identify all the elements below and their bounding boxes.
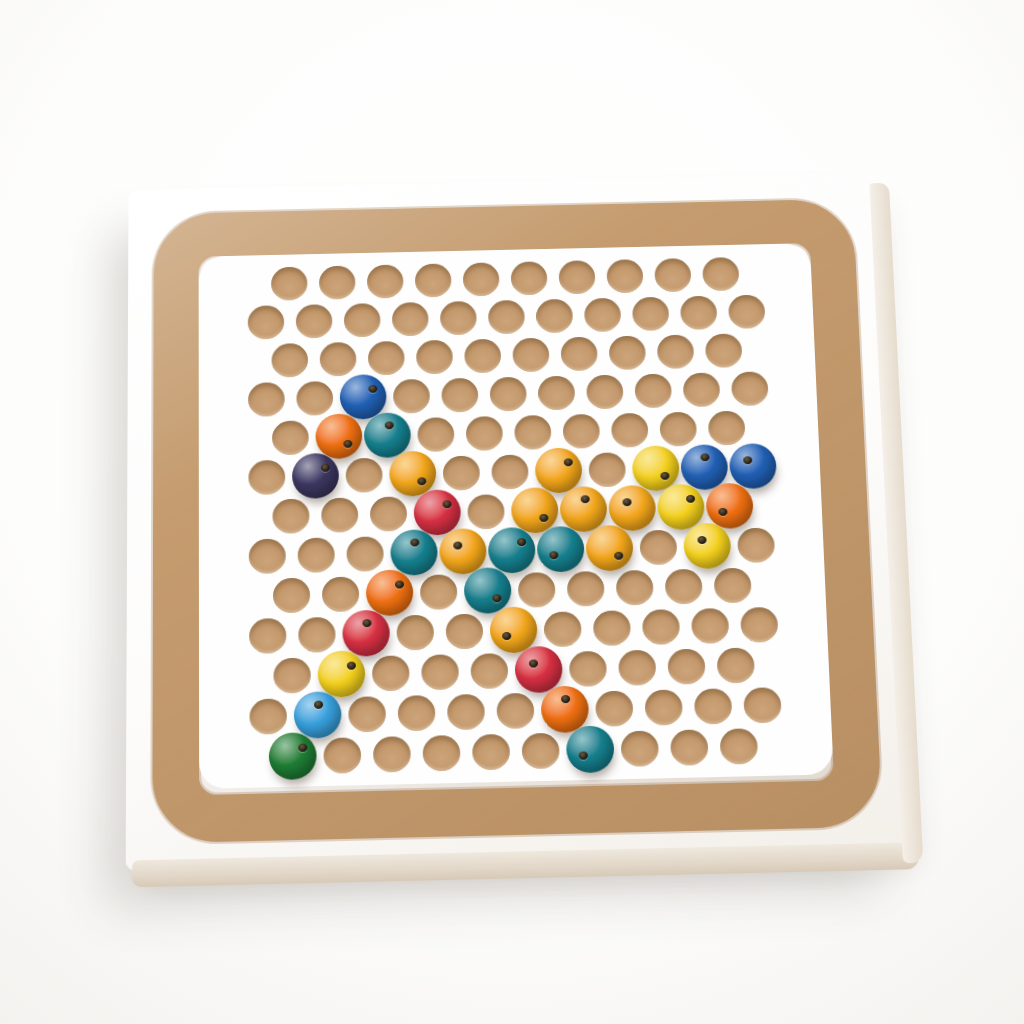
empty-dimple — [323, 737, 361, 774]
empty-dimple — [445, 613, 483, 649]
board-cell — [600, 256, 649, 295]
bead-string-hole — [384, 422, 393, 430]
empty-dimple — [609, 335, 646, 369]
board-cell — [553, 257, 602, 296]
bead-string-hole — [660, 472, 669, 480]
empty-dimple — [563, 413, 601, 448]
board-cell — [289, 301, 337, 340]
board-cell — [705, 486, 755, 526]
board-cell — [337, 300, 386, 339]
empty-dimple — [272, 420, 309, 455]
empty-dimple — [249, 698, 287, 734]
orange-bead — [540, 686, 589, 734]
empty-dimple — [730, 371, 768, 406]
red-bead — [514, 646, 562, 693]
board-cell — [730, 524, 780, 565]
board-cell — [457, 259, 506, 298]
board-cell — [614, 727, 665, 769]
navy-violet-bead — [291, 453, 338, 499]
board-cell — [727, 446, 777, 486]
empty-dimple — [320, 342, 357, 377]
empty-dimple — [296, 381, 333, 416]
board-cell — [410, 337, 459, 377]
bead-board — [126, 174, 911, 871]
empty-dimple — [595, 690, 633, 726]
teal-bead — [566, 725, 615, 773]
empty-dimple — [639, 529, 677, 564]
board-cell — [713, 725, 764, 767]
bead-string-hole — [395, 580, 404, 588]
board-cell — [387, 376, 436, 416]
board-cell — [737, 684, 788, 726]
board-cell — [561, 568, 611, 609]
board-cell — [342, 693, 392, 735]
board-cell — [416, 732, 466, 774]
empty-dimple — [659, 411, 697, 446]
board-cell — [367, 733, 417, 775]
board-cell — [338, 377, 387, 417]
empty-dimple — [714, 567, 752, 603]
bead-string-hole — [502, 632, 511, 640]
board-cell — [363, 415, 412, 455]
board-cell — [656, 487, 706, 527]
board-cell — [464, 650, 514, 691]
board-cell — [653, 409, 703, 449]
empty-dimple — [621, 730, 660, 766]
board-cell — [537, 608, 587, 649]
board-cell — [241, 302, 289, 341]
board-cell — [290, 378, 339, 418]
empty-dimple — [740, 606, 778, 642]
teal-bead — [390, 529, 438, 576]
board-cell — [409, 260, 458, 299]
board-cell — [411, 414, 460, 454]
board-cell — [607, 488, 657, 528]
board-cell — [266, 340, 315, 380]
board-cell — [610, 567, 660, 608]
lemon-yellow-bead — [683, 523, 732, 570]
empty-dimple — [367, 264, 404, 298]
empty-dimple — [422, 734, 460, 770]
empty-dimple — [321, 497, 358, 532]
empty-dimple — [654, 258, 691, 292]
empty-dimple — [690, 608, 728, 644]
empty-dimple — [586, 374, 623, 409]
board-cell — [674, 293, 723, 332]
empty-dimple — [716, 647, 755, 683]
board-cell — [707, 565, 758, 606]
board-cell — [651, 331, 701, 371]
board-cell — [684, 605, 735, 646]
board-cell — [679, 447, 729, 487]
board-cell — [243, 615, 292, 656]
empty-dimple — [348, 696, 386, 732]
board-cell — [266, 417, 315, 457]
board-cell — [721, 292, 771, 331]
board-cell — [388, 454, 437, 494]
golden-yellow-amber-bead — [389, 451, 436, 497]
board-cell — [506, 335, 555, 375]
bead-string-hole — [549, 551, 558, 559]
board-cell — [533, 450, 583, 490]
board-cell — [485, 451, 535, 491]
board-cell — [436, 452, 485, 492]
board-cell — [265, 264, 313, 303]
blue-bead — [680, 444, 728, 490]
bead-string-hole — [314, 701, 323, 709]
board-cell — [266, 495, 315, 535]
board-cell — [243, 695, 293, 737]
empty-dimple — [736, 527, 774, 562]
board-cell — [659, 566, 709, 607]
bead-string-hole — [363, 619, 372, 627]
bead-string-hole — [580, 495, 589, 503]
board-cell — [362, 338, 411, 378]
golden-yellow-amber-bead — [439, 528, 487, 575]
empty-dimple — [343, 303, 380, 337]
board-cell — [482, 297, 531, 336]
board-cell — [486, 530, 536, 571]
board-cell — [291, 534, 340, 575]
board-cell — [242, 457, 291, 497]
empty-dimple — [420, 574, 458, 610]
bead-string-hole — [697, 536, 706, 544]
board-cell — [460, 413, 509, 453]
bead-string-hole — [743, 456, 752, 464]
empty-dimple — [396, 614, 434, 650]
orange-bead — [705, 483, 753, 529]
board-cell — [510, 490, 560, 530]
empty-dimple — [657, 334, 695, 368]
board-cell — [515, 730, 566, 772]
empty-dimple — [345, 457, 382, 492]
empty-dimple — [447, 693, 485, 729]
board-cell — [633, 527, 683, 568]
empty-dimple — [512, 337, 549, 372]
empty-dimple — [273, 577, 310, 613]
bead-string-hole — [623, 498, 632, 506]
empty-dimple — [705, 333, 743, 367]
empty-dimple — [511, 261, 548, 295]
empty-dimple — [248, 382, 285, 417]
golden-yellow-amber-bead — [608, 485, 656, 531]
board-cell — [435, 375, 484, 415]
board-cell — [582, 449, 632, 489]
red-bead — [342, 610, 390, 657]
golden-yellow-amber-bead — [534, 447, 582, 493]
board-cell — [588, 687, 639, 729]
empty-dimple — [472, 733, 510, 769]
empty-dimple — [618, 649, 656, 685]
board-cell — [733, 604, 784, 645]
empty-dimple — [368, 340, 405, 375]
empty-dimple — [346, 536, 383, 571]
board-cell — [340, 533, 389, 574]
teal-bead — [464, 567, 512, 614]
empty-dimple — [670, 729, 709, 765]
board-cell — [514, 649, 564, 690]
board-cell — [483, 374, 532, 414]
bead-string-hole — [614, 551, 623, 559]
board-cell — [555, 334, 604, 374]
empty-dimple — [322, 576, 359, 612]
board-cell — [366, 652, 416, 693]
board-cell — [578, 295, 627, 334]
empty-dimple — [496, 692, 534, 728]
board-bottom-edge — [131, 842, 919, 887]
board-cell — [364, 493, 413, 533]
empty-dimple — [415, 263, 452, 297]
board-cell — [490, 690, 540, 732]
bead-string-hole — [417, 477, 426, 485]
board-cell — [438, 531, 488, 572]
board-cell — [267, 574, 316, 615]
board-cell — [291, 456, 340, 496]
board-cell — [461, 491, 511, 531]
board-cell — [530, 296, 579, 335]
empty-dimple — [463, 262, 500, 296]
board-cell — [390, 612, 440, 653]
bead-string-hole — [563, 458, 572, 466]
empty-dimple — [417, 417, 454, 452]
board-cell — [458, 336, 507, 376]
empty-dimple — [416, 339, 453, 374]
empty-dimple — [641, 609, 679, 645]
board-cell — [267, 654, 317, 695]
orange-bead — [366, 569, 414, 616]
empty-dimple — [560, 336, 597, 371]
board-cell — [512, 569, 562, 610]
board-cell — [389, 532, 439, 573]
empty-dimple — [558, 260, 595, 294]
empty-dimple — [679, 295, 717, 329]
board-cell — [638, 686, 689, 728]
bead-string-hole — [298, 744, 307, 752]
empty-dimple — [569, 650, 607, 686]
empty-dimple — [298, 616, 335, 652]
empty-dimple — [535, 298, 572, 332]
bead-string-hole — [492, 594, 501, 602]
empty-dimple — [248, 538, 285, 574]
board-cell — [292, 694, 342, 736]
board-cell — [292, 614, 342, 655]
board-cell — [242, 535, 291, 576]
board-cell — [385, 299, 434, 338]
board-cell — [505, 258, 554, 297]
empty-dimple — [708, 410, 746, 445]
empty-dimple — [319, 265, 356, 299]
empty-dimple — [567, 570, 605, 606]
board-cell — [584, 528, 634, 569]
board-cell — [415, 651, 465, 692]
empty-dimple — [470, 653, 508, 689]
bead-string-hole — [686, 495, 695, 503]
bead-string-hole — [561, 695, 570, 703]
teal-bead — [536, 526, 584, 573]
board-cell — [687, 685, 738, 727]
board-cell — [361, 261, 410, 300]
empty-dimple — [489, 376, 526, 411]
lemon-yellow-bead — [631, 445, 679, 491]
empty-dimple — [727, 294, 765, 328]
board-cell — [661, 645, 712, 686]
empty-dimple — [442, 455, 479, 490]
empty-dimple — [743, 687, 782, 723]
board-cell — [316, 573, 365, 614]
empty-dimple — [682, 372, 720, 407]
board-cell — [724, 368, 774, 408]
empty-dimple — [514, 414, 551, 449]
bead-string-hole — [579, 752, 588, 760]
board-cell — [676, 369, 726, 409]
board-cell — [341, 613, 391, 654]
board-cell — [339, 455, 388, 495]
board-cell — [315, 494, 364, 534]
empty-dimple — [271, 266, 307, 300]
teal-bead — [487, 527, 535, 574]
golden-yellow-amber-bead — [511, 487, 559, 533]
empty-dimple — [466, 416, 503, 451]
board-cell — [433, 298, 482, 337]
bead-string-hole — [320, 464, 329, 472]
lemon-yellow-bead — [657, 484, 705, 530]
orange-bead — [315, 413, 362, 459]
bead-string-hole — [410, 539, 419, 547]
board-cell — [268, 735, 318, 777]
blue-bead — [728, 443, 776, 489]
board-cell — [539, 689, 589, 731]
board-cell — [580, 372, 629, 412]
board-cell — [628, 371, 678, 411]
board-cell — [586, 607, 636, 648]
board-cell — [696, 254, 745, 293]
board-cell — [463, 570, 513, 611]
bead-string-hole — [344, 440, 353, 448]
empty-dimple — [247, 305, 284, 339]
empty-dimple — [702, 257, 739, 291]
board-cell — [664, 726, 715, 768]
empty-dimple — [592, 610, 630, 646]
bead-string-hole — [719, 508, 728, 516]
light-blue-bead — [293, 691, 341, 739]
board-cell — [559, 489, 609, 529]
blue-bead — [339, 374, 386, 420]
empty-dimple — [464, 338, 501, 373]
empty-dimple — [583, 297, 620, 331]
board-cell — [603, 333, 652, 373]
bead-string-hole — [539, 514, 548, 522]
red-bead — [414, 489, 462, 535]
bead-string-hole — [517, 538, 526, 546]
bead-string-hole — [347, 662, 356, 670]
board-cell — [314, 416, 363, 456]
empty-dimple — [719, 728, 758, 764]
empty-dimple — [631, 296, 668, 330]
empty-dimple — [391, 302, 428, 336]
empty-dimple — [397, 695, 435, 731]
board-cell — [317, 653, 367, 694]
board-cell — [365, 572, 415, 613]
empty-dimple — [543, 611, 581, 647]
bead-string-hole — [529, 659, 538, 667]
empty-dimple — [441, 377, 478, 412]
empty-dimple — [606, 259, 643, 293]
board-cell — [626, 294, 675, 333]
bead-string-hole — [443, 500, 452, 508]
peg-field — [199, 243, 834, 789]
board-cell — [466, 731, 516, 773]
empty-dimple — [491, 454, 528, 489]
empty-dimple — [249, 618, 286, 654]
empty-dimple — [467, 494, 505, 529]
empty-dimple — [372, 655, 410, 691]
empty-dimple — [487, 299, 524, 333]
board-cell — [242, 379, 291, 419]
board-cell — [508, 412, 557, 452]
board-cell — [605, 410, 655, 450]
teal-bead — [364, 412, 411, 458]
empty-dimple — [421, 654, 459, 690]
board-cell — [488, 609, 538, 650]
bead-string-hole — [453, 541, 462, 549]
board-cell — [563, 648, 613, 689]
empty-dimple — [667, 648, 705, 684]
golden-yellow-amber-bead — [585, 525, 633, 572]
bead-string-hole — [368, 385, 377, 393]
green-bead — [269, 732, 317, 780]
board-cell — [314, 339, 363, 379]
board-cell — [313, 263, 361, 302]
empty-dimple — [248, 459, 285, 494]
board-cell — [635, 606, 685, 647]
empty-dimple — [297, 537, 334, 572]
empty-dimple — [272, 498, 309, 533]
board-cell — [414, 571, 464, 612]
empty-dimple — [693, 688, 732, 724]
empty-dimple — [271, 343, 308, 378]
board-cell — [702, 408, 752, 448]
empty-dimple — [439, 301, 476, 335]
empty-dimple — [522, 732, 560, 768]
golden-yellow-amber-bead — [489, 606, 537, 653]
photo-scene — [0, 0, 1024, 1024]
empty-dimple — [611, 412, 649, 447]
empty-dimple — [537, 375, 574, 410]
board-cell — [391, 692, 441, 734]
empty-dimple — [665, 568, 703, 604]
board-cell — [630, 448, 680, 488]
board-cell — [612, 647, 663, 688]
board-cell — [565, 728, 616, 770]
board-cell — [557, 411, 607, 451]
empty-dimple — [295, 304, 332, 338]
empty-dimple — [634, 373, 672, 408]
empty-dimple — [616, 569, 654, 605]
board-cell — [439, 610, 489, 651]
bead-string-hole — [701, 454, 710, 462]
empty-dimple — [373, 736, 411, 772]
lemon-yellow-bead — [318, 650, 366, 697]
board-cell — [699, 330, 749, 370]
empty-dimple — [370, 496, 407, 531]
board-cell — [413, 492, 462, 532]
empty-dimple — [392, 378, 429, 413]
board-cell — [682, 526, 732, 567]
empty-dimple — [273, 657, 311, 693]
board-cell — [710, 644, 761, 685]
empty-dimple — [588, 452, 626, 487]
empty-dimple — [644, 689, 682, 725]
